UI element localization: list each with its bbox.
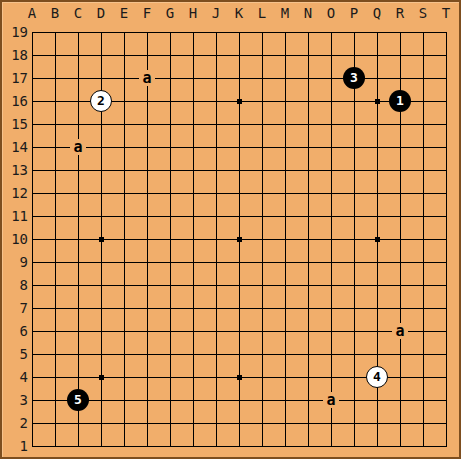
column-label-K: K — [228, 3, 250, 23]
row-label-12: 12 — [2, 184, 28, 202]
stone-black-3-p17: 3 — [343, 67, 365, 89]
column-label-M: M — [274, 3, 296, 23]
column-label-F: F — [136, 3, 158, 23]
row-label-5: 5 — [2, 345, 28, 363]
column-label-P: P — [343, 3, 365, 23]
row-label-15: 15 — [2, 115, 28, 133]
row-label-3: 3 — [2, 391, 28, 409]
row-label-13: 13 — [2, 161, 28, 179]
column-label-J: J — [205, 3, 227, 23]
row-label-14: 14 — [2, 138, 28, 156]
row-label-17: 17 — [2, 69, 28, 87]
star-point-q10 — [375, 237, 380, 242]
row-label-6: 6 — [2, 322, 28, 340]
column-label-T: T — [435, 3, 457, 23]
star-point-k4 — [237, 375, 242, 380]
row-label-2: 2 — [2, 414, 28, 432]
column-label-E: E — [113, 3, 135, 23]
star-point-k16 — [237, 99, 242, 104]
goban: ABCDEFGHJKLMNOPQRST191817161514131211109… — [0, 0, 461, 459]
star-point-k10 — [237, 237, 242, 242]
marker-a-o3: a — [323, 392, 339, 408]
column-label-R: R — [389, 3, 411, 23]
stone-black-1-r16: 1 — [389, 90, 411, 112]
star-point-d4 — [99, 375, 104, 380]
column-label-C: C — [67, 3, 89, 23]
column-label-A: A — [21, 3, 43, 23]
column-label-Q: Q — [366, 3, 388, 23]
stone-black-5-c3: 5 — [67, 389, 89, 411]
row-label-10: 10 — [2, 230, 28, 248]
column-label-N: N — [297, 3, 319, 23]
star-point-d10 — [99, 237, 104, 242]
row-label-11: 11 — [2, 207, 28, 225]
column-label-B: B — [44, 3, 66, 23]
row-label-18: 18 — [2, 46, 28, 64]
column-label-L: L — [251, 3, 273, 23]
column-label-H: H — [182, 3, 204, 23]
column-label-O: O — [320, 3, 342, 23]
column-label-S: S — [412, 3, 434, 23]
stone-white-4-q4: 4 — [366, 366, 388, 388]
marker-a-c14: a — [70, 139, 86, 155]
marker-a-r6: a — [392, 323, 408, 339]
row-label-8: 8 — [2, 276, 28, 294]
row-label-7: 7 — [2, 299, 28, 317]
row-label-9: 9 — [2, 253, 28, 271]
row-label-16: 16 — [2, 92, 28, 110]
column-label-D: D — [90, 3, 112, 23]
column-label-G: G — [159, 3, 181, 23]
stone-white-2-d16: 2 — [90, 90, 112, 112]
row-label-19: 19 — [2, 23, 28, 41]
star-point-q16 — [375, 99, 380, 104]
row-label-1: 1 — [2, 437, 28, 455]
marker-a-f17: a — [139, 70, 155, 86]
row-label-4: 4 — [2, 368, 28, 386]
